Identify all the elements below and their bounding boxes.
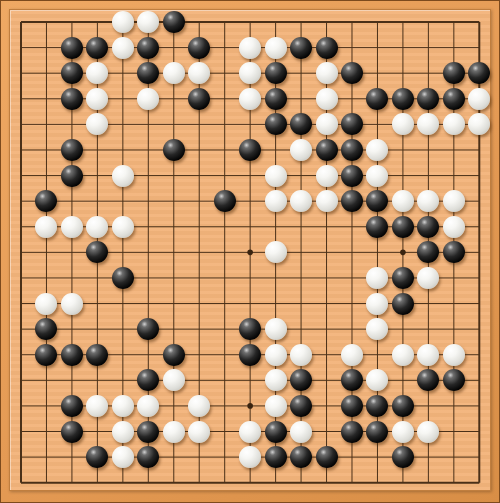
black-stone: [316, 37, 338, 59]
black-stone: [341, 190, 363, 212]
white-stone: [112, 421, 134, 443]
black-stone: [443, 88, 465, 110]
black-stone: [417, 216, 439, 238]
black-stone: [392, 395, 414, 417]
white-stone: [137, 88, 159, 110]
white-stone: [265, 165, 287, 187]
black-stone: [214, 190, 236, 212]
white-stone: [290, 421, 312, 443]
white-stone: [112, 446, 134, 468]
black-stone: [290, 37, 312, 59]
black-stone: [163, 139, 185, 161]
white-stone: [316, 113, 338, 135]
black-stone: [392, 216, 414, 238]
black-stone: [61, 88, 83, 110]
white-stone: [443, 216, 465, 238]
black-stone: [163, 344, 185, 366]
black-stone: [265, 88, 287, 110]
white-stone: [61, 216, 83, 238]
black-stone: [188, 88, 210, 110]
black-stone: [392, 267, 414, 289]
white-stone: [366, 293, 388, 315]
white-stone: [392, 190, 414, 212]
white-stone: [112, 395, 134, 417]
go-board-frame: [0, 0, 500, 503]
black-stone: [417, 88, 439, 110]
white-stone: [112, 11, 134, 33]
white-stone: [265, 241, 287, 263]
black-stone: [341, 395, 363, 417]
black-stone: [316, 446, 338, 468]
white-stone: [265, 395, 287, 417]
white-stone: [86, 216, 108, 238]
black-stone: [392, 88, 414, 110]
white-stone: [163, 369, 185, 391]
white-stone: [290, 139, 312, 161]
white-stone: [86, 88, 108, 110]
black-stone: [443, 62, 465, 84]
black-stone: [265, 421, 287, 443]
star-point: [247, 403, 253, 409]
black-stone: [61, 139, 83, 161]
black-stone: [86, 37, 108, 59]
white-stone: [163, 62, 185, 84]
black-stone: [341, 165, 363, 187]
black-stone: [86, 344, 108, 366]
star-point: [400, 250, 406, 256]
white-stone: [265, 344, 287, 366]
white-stone: [443, 190, 465, 212]
black-stone: [290, 446, 312, 468]
white-stone: [239, 37, 261, 59]
white-stone: [316, 165, 338, 187]
black-stone: [265, 62, 287, 84]
white-stone: [417, 344, 439, 366]
white-stone: [163, 421, 185, 443]
white-stone: [265, 190, 287, 212]
white-stone: [290, 344, 312, 366]
white-stone: [265, 369, 287, 391]
black-stone: [366, 421, 388, 443]
black-stone: [61, 62, 83, 84]
black-stone: [341, 62, 363, 84]
black-stone: [392, 293, 414, 315]
white-stone: [112, 37, 134, 59]
white-stone: [61, 293, 83, 315]
white-stone: [443, 344, 465, 366]
white-stone: [316, 190, 338, 212]
white-stone: [468, 88, 490, 110]
black-stone: [443, 369, 465, 391]
black-stone: [316, 139, 338, 161]
black-stone: [239, 344, 261, 366]
black-stone: [239, 139, 261, 161]
black-stone: [443, 241, 465, 263]
white-stone: [35, 293, 57, 315]
black-stone: [61, 395, 83, 417]
black-stone: [137, 421, 159, 443]
white-stone: [316, 88, 338, 110]
white-stone: [112, 165, 134, 187]
white-stone: [316, 62, 338, 84]
white-stone: [188, 395, 210, 417]
black-stone: [341, 139, 363, 161]
black-stone: [61, 344, 83, 366]
black-stone: [61, 421, 83, 443]
black-stone: [392, 446, 414, 468]
black-stone: [265, 446, 287, 468]
black-stone: [112, 267, 134, 289]
black-stone: [188, 37, 210, 59]
star-point: [247, 250, 253, 256]
black-stone: [265, 113, 287, 135]
white-stone: [239, 88, 261, 110]
white-stone: [392, 344, 414, 366]
black-stone: [341, 421, 363, 443]
black-stone: [61, 37, 83, 59]
white-stone: [417, 421, 439, 443]
black-stone: [137, 37, 159, 59]
white-stone: [366, 165, 388, 187]
white-stone: [188, 421, 210, 443]
black-stone: [61, 165, 83, 187]
white-stone: [341, 344, 363, 366]
black-stone: [163, 11, 185, 33]
white-stone: [265, 37, 287, 59]
white-stone: [239, 421, 261, 443]
white-stone: [112, 216, 134, 238]
white-stone: [265, 318, 287, 340]
black-stone: [290, 395, 312, 417]
white-stone: [392, 421, 414, 443]
